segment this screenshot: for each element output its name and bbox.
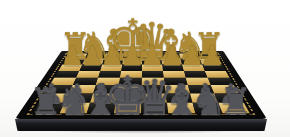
square-a8: ♜ [218, 103, 250, 113]
square-a4 [205, 71, 230, 78]
square-b8: ♞ [193, 103, 223, 113]
square-a2: ♟ [200, 59, 222, 65]
board-scene: ♜♞♝♚♛♝♞♜♟♟♟♟♟♟♟♟♟♟♟♟♟♟♟♟♜♞♝♚♛♝♞♜ [0, 0, 290, 137]
chess-board: ♜♞♝♚♛♝♞♜♟♟♟♟♟♟♟♟♟♟♟♟♟♟♟♟♜♞♝♚♛♝♞♜ [15, 51, 267, 119]
square-b2: ♟ [181, 59, 203, 65]
board-shadow [8, 130, 282, 135]
board-grid: ♜♞♝♚♛♝♞♜♟♟♟♟♟♟♟♟♟♟♟♟♟♟♟♟♜♞♝♚♛♝♞♜ [32, 53, 249, 113]
chess-set-photo: ♜♞♝♚♛♝♞♜♟♟♟♟♟♟♟♟♟♟♟♟♟♟♟♟♜♞♝♚♛♝♞♜ [0, 0, 290, 137]
